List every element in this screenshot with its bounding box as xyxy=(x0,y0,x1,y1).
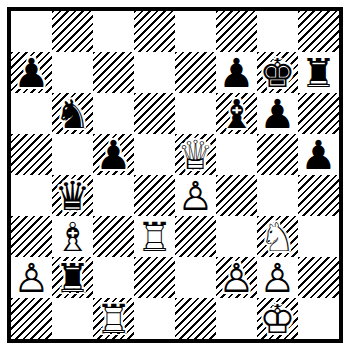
square-f5[interactable] xyxy=(216,134,257,175)
square-b2[interactable]: ♜ xyxy=(52,257,93,298)
piece-white-rook: ♜♖ xyxy=(134,216,175,257)
square-c8[interactable] xyxy=(93,11,134,52)
piece-glyph-outline: ♖ xyxy=(93,298,134,339)
piece-glyph-outline: ♙ xyxy=(257,257,298,298)
square-c6[interactable] xyxy=(93,93,134,134)
piece-black-king: ♚ xyxy=(257,52,298,93)
square-f1[interactable] xyxy=(216,298,257,339)
piece-glyph: ♟ xyxy=(257,93,298,134)
piece-black-knight: ♞ xyxy=(52,93,93,134)
piece-glyph: ♟ xyxy=(298,134,339,175)
square-f6[interactable]: ♝ xyxy=(216,93,257,134)
piece-white-king: ♚♔ xyxy=(257,298,298,339)
square-b5[interactable] xyxy=(52,134,93,175)
square-b1[interactable] xyxy=(52,298,93,339)
square-d7[interactable] xyxy=(134,52,175,93)
piece-glyph: ♝ xyxy=(216,93,257,134)
square-a3[interactable] xyxy=(11,216,52,257)
piece-glyph-fill: ♞ xyxy=(257,216,298,257)
piece-black-bishop: ♝ xyxy=(216,93,257,134)
square-a7[interactable]: ♟ xyxy=(11,52,52,93)
square-d4[interactable] xyxy=(134,175,175,216)
piece-glyph-fill: ♟ xyxy=(11,257,52,298)
piece-glyph: ♚ xyxy=(257,52,298,93)
square-a2[interactable]: ♟♙ xyxy=(11,257,52,298)
square-g4[interactable] xyxy=(257,175,298,216)
piece-glyph: ♜ xyxy=(52,257,93,298)
square-a6[interactable] xyxy=(11,93,52,134)
square-d1[interactable] xyxy=(134,298,175,339)
piece-white-rook: ♜♖ xyxy=(93,298,134,339)
square-g1[interactable]: ♚♔ xyxy=(257,298,298,339)
square-h1[interactable] xyxy=(298,298,339,339)
square-d3[interactable]: ♜♖ xyxy=(134,216,175,257)
square-h7[interactable]: ♜ xyxy=(298,52,339,93)
piece-glyph-fill: ♜ xyxy=(93,298,134,339)
piece-black-queen: ♛ xyxy=(52,175,93,216)
piece-black-pawn: ♟ xyxy=(257,93,298,134)
piece-glyph-outline: ♙ xyxy=(175,175,216,216)
square-g6[interactable]: ♟ xyxy=(257,93,298,134)
square-c5[interactable]: ♟ xyxy=(93,134,134,175)
square-d5[interactable] xyxy=(134,134,175,175)
piece-black-rook: ♜ xyxy=(298,52,339,93)
square-h2[interactable] xyxy=(298,257,339,298)
square-e2[interactable] xyxy=(175,257,216,298)
piece-white-knight: ♞♘ xyxy=(257,216,298,257)
piece-glyph-fill: ♝ xyxy=(52,216,93,257)
square-a5[interactable] xyxy=(11,134,52,175)
square-g7[interactable]: ♚ xyxy=(257,52,298,93)
piece-black-pawn: ♟ xyxy=(216,52,257,93)
piece-glyph: ♛ xyxy=(52,175,93,216)
square-c2[interactable] xyxy=(93,257,134,298)
square-c3[interactable] xyxy=(93,216,134,257)
square-c1[interactable]: ♜♖ xyxy=(93,298,134,339)
square-g5[interactable] xyxy=(257,134,298,175)
piece-glyph-outline: ♙ xyxy=(11,257,52,298)
chess-board: ♟♟♚♜♞♝♟♟♛♕♟♛♟♙♝♗♜♖♞♘♟♙♜♟♙♟♙♜♖♚♔ xyxy=(7,7,343,343)
piece-glyph-fill: ♚ xyxy=(257,298,298,339)
square-d8[interactable] xyxy=(134,11,175,52)
square-e3[interactable] xyxy=(175,216,216,257)
square-g3[interactable]: ♞♘ xyxy=(257,216,298,257)
piece-white-bishop: ♝♗ xyxy=(52,216,93,257)
square-g8[interactable] xyxy=(257,11,298,52)
square-d2[interactable] xyxy=(134,257,175,298)
piece-black-pawn: ♟ xyxy=(93,134,134,175)
square-h4[interactable] xyxy=(298,175,339,216)
piece-glyph-fill: ♛ xyxy=(175,134,216,175)
piece-glyph-fill: ♜ xyxy=(134,216,175,257)
square-b4[interactable]: ♛ xyxy=(52,175,93,216)
square-c7[interactable] xyxy=(93,52,134,93)
square-h6[interactable] xyxy=(298,93,339,134)
square-f2[interactable]: ♟♙ xyxy=(216,257,257,298)
square-f7[interactable]: ♟ xyxy=(216,52,257,93)
square-g2[interactable]: ♟♙ xyxy=(257,257,298,298)
square-b3[interactable]: ♝♗ xyxy=(52,216,93,257)
piece-white-pawn: ♟♙ xyxy=(216,257,257,298)
piece-glyph-fill: ♟ xyxy=(216,257,257,298)
piece-white-queen: ♛♕ xyxy=(175,134,216,175)
square-e5[interactable]: ♛♕ xyxy=(175,134,216,175)
piece-black-pawn: ♟ xyxy=(298,134,339,175)
piece-glyph-fill: ♟ xyxy=(257,257,298,298)
piece-glyph: ♞ xyxy=(52,93,93,134)
square-h8[interactable] xyxy=(298,11,339,52)
square-f8[interactable] xyxy=(216,11,257,52)
square-e8[interactable] xyxy=(175,11,216,52)
piece-glyph: ♟ xyxy=(216,52,257,93)
square-e4[interactable]: ♟♙ xyxy=(175,175,216,216)
piece-black-pawn: ♟ xyxy=(11,52,52,93)
square-e1[interactable] xyxy=(175,298,216,339)
square-e6[interactable] xyxy=(175,93,216,134)
piece-white-pawn: ♟♙ xyxy=(11,257,52,298)
piece-white-pawn: ♟♙ xyxy=(175,175,216,216)
piece-glyph: ♟ xyxy=(93,134,134,175)
piece-white-pawn: ♟♙ xyxy=(257,257,298,298)
piece-glyph: ♟ xyxy=(11,52,52,93)
piece-glyph-outline: ♕ xyxy=(175,134,216,175)
piece-glyph-outline: ♗ xyxy=(52,216,93,257)
square-c4[interactable] xyxy=(93,175,134,216)
square-e7[interactable] xyxy=(175,52,216,93)
square-b6[interactable]: ♞ xyxy=(52,93,93,134)
piece-black-rook: ♜ xyxy=(52,257,93,298)
square-d6[interactable] xyxy=(134,93,175,134)
piece-glyph-fill: ♟ xyxy=(175,175,216,216)
square-h5[interactable]: ♟ xyxy=(298,134,339,175)
piece-glyph-outline: ♘ xyxy=(257,216,298,257)
square-a8[interactable] xyxy=(11,11,52,52)
square-b7[interactable] xyxy=(52,52,93,93)
piece-glyph-outline: ♖ xyxy=(134,216,175,257)
square-a1[interactable] xyxy=(11,298,52,339)
piece-glyph-outline: ♔ xyxy=(257,298,298,339)
square-h3[interactable] xyxy=(298,216,339,257)
piece-glyph-outline: ♙ xyxy=(216,257,257,298)
square-a4[interactable] xyxy=(11,175,52,216)
chess-diagram: ♟♟♚♜♞♝♟♟♛♕♟♛♟♙♝♗♜♖♞♘♟♙♜♟♙♟♙♜♖♚♔ xyxy=(0,0,350,350)
piece-glyph: ♜ xyxy=(298,52,339,93)
square-f4[interactable] xyxy=(216,175,257,216)
square-b8[interactable] xyxy=(52,11,93,52)
square-f3[interactable] xyxy=(216,216,257,257)
